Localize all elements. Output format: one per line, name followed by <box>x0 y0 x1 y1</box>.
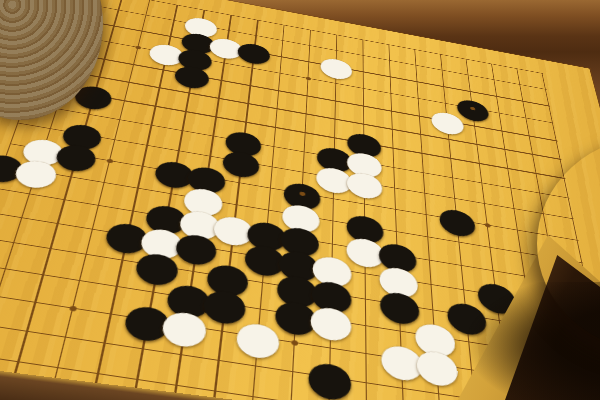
white-stone: ● <box>433 110 462 133</box>
white-stone: ● <box>239 320 278 354</box>
white-stone: ● <box>16 158 57 186</box>
bowl-interior <box>0 0 16 12</box>
black-stone: ● <box>441 207 474 234</box>
star-point <box>291 340 298 346</box>
star-point <box>106 158 113 163</box>
white-stone: ● <box>164 309 205 343</box>
star-point <box>299 191 305 196</box>
black-stone: ● <box>311 360 348 396</box>
black-stone: ● <box>239 41 269 62</box>
white-stone: ● <box>419 348 456 382</box>
star-point <box>69 305 77 311</box>
white-stone: ● <box>349 170 380 196</box>
go-photo-scene: ●●●●●●●●●●●●●●●●●●●●●●●●●●●●●●●●●●●●●●●●… <box>0 0 600 400</box>
white-stone: ● <box>313 304 349 337</box>
star-point <box>306 76 311 80</box>
black-stone: ● <box>176 64 208 87</box>
white-stone: ● <box>322 56 350 77</box>
